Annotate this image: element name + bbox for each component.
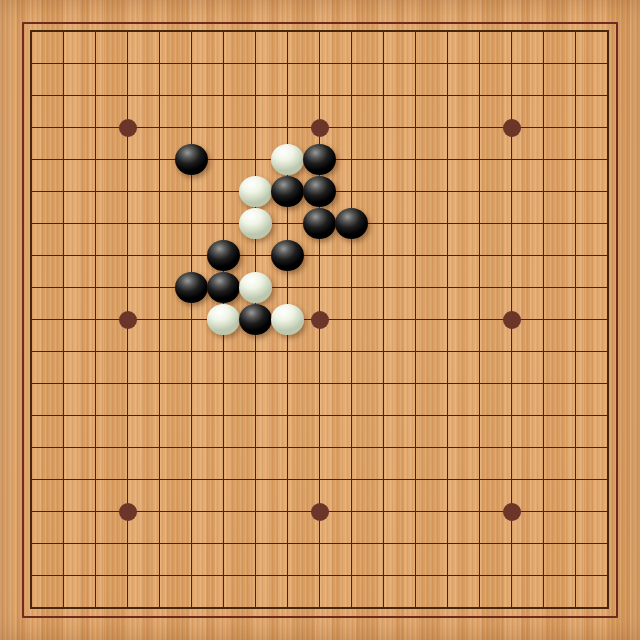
intersection[interactable] — [16, 240, 48, 272]
intersection[interactable] — [48, 304, 80, 336]
intersection[interactable] — [560, 272, 592, 304]
intersection[interactable] — [528, 112, 560, 144]
intersection[interactable] — [592, 464, 624, 496]
intersection[interactable] — [304, 336, 336, 368]
intersection[interactable] — [336, 560, 368, 592]
intersection[interactable] — [208, 208, 240, 240]
intersection[interactable] — [48, 240, 80, 272]
stone-black[interactable] — [207, 240, 240, 271]
intersection[interactable] — [368, 80, 400, 112]
intersection[interactable] — [528, 368, 560, 400]
intersection[interactable] — [112, 432, 144, 464]
intersection[interactable] — [336, 48, 368, 80]
stone-black[interactable] — [175, 272, 208, 303]
intersection[interactable] — [368, 560, 400, 592]
intersection[interactable] — [144, 208, 176, 240]
intersection[interactable] — [400, 400, 432, 432]
intersection[interactable] — [48, 592, 80, 624]
intersection[interactable] — [48, 464, 80, 496]
intersection[interactable] — [528, 16, 560, 48]
intersection[interactable] — [208, 560, 240, 592]
intersection[interactable] — [592, 592, 624, 624]
intersection[interactable] — [176, 272, 208, 304]
intersection[interactable] — [560, 240, 592, 272]
intersection[interactable] — [16, 208, 48, 240]
intersection[interactable] — [48, 560, 80, 592]
intersection[interactable] — [368, 400, 400, 432]
intersection[interactable] — [432, 240, 464, 272]
intersection[interactable] — [240, 368, 272, 400]
intersection[interactable] — [80, 272, 112, 304]
intersection[interactable] — [272, 80, 304, 112]
intersection[interactable] — [592, 16, 624, 48]
intersection[interactable] — [432, 528, 464, 560]
intersection[interactable] — [368, 528, 400, 560]
intersection[interactable] — [496, 80, 528, 112]
intersection[interactable] — [368, 176, 400, 208]
intersection[interactable] — [592, 336, 624, 368]
intersection[interactable] — [80, 176, 112, 208]
intersection[interactable] — [336, 368, 368, 400]
intersection[interactable] — [400, 176, 432, 208]
intersection[interactable] — [400, 112, 432, 144]
intersection[interactable] — [272, 304, 304, 336]
intersection[interactable] — [528, 176, 560, 208]
intersection[interactable] — [304, 112, 336, 144]
intersection[interactable] — [272, 112, 304, 144]
intersection[interactable] — [432, 336, 464, 368]
intersection[interactable] — [368, 304, 400, 336]
intersection[interactable] — [528, 272, 560, 304]
intersection[interactable] — [272, 240, 304, 272]
intersection[interactable] — [528, 336, 560, 368]
intersection[interactable] — [464, 432, 496, 464]
intersection[interactable] — [592, 80, 624, 112]
intersection[interactable] — [48, 368, 80, 400]
intersection[interactable] — [560, 80, 592, 112]
intersection[interactable] — [304, 272, 336, 304]
intersection[interactable] — [272, 560, 304, 592]
intersection[interactable] — [176, 592, 208, 624]
intersection[interactable] — [176, 560, 208, 592]
intersection[interactable] — [112, 336, 144, 368]
intersection[interactable] — [208, 176, 240, 208]
intersection[interactable] — [560, 176, 592, 208]
intersection[interactable] — [112, 240, 144, 272]
intersection[interactable] — [464, 464, 496, 496]
intersection[interactable] — [528, 560, 560, 592]
intersection[interactable] — [368, 240, 400, 272]
stone-black[interactable] — [239, 304, 272, 335]
intersection[interactable] — [272, 464, 304, 496]
intersection[interactable] — [432, 80, 464, 112]
intersection[interactable] — [80, 240, 112, 272]
intersection[interactable] — [560, 208, 592, 240]
intersection[interactable] — [80, 208, 112, 240]
intersection[interactable] — [496, 336, 528, 368]
intersection[interactable] — [272, 336, 304, 368]
intersection[interactable] — [240, 528, 272, 560]
intersection[interactable] — [208, 368, 240, 400]
intersection[interactable] — [400, 208, 432, 240]
intersection[interactable] — [496, 304, 528, 336]
intersection[interactable] — [592, 400, 624, 432]
intersection[interactable] — [464, 272, 496, 304]
intersection[interactable] — [80, 336, 112, 368]
intersection[interactable] — [432, 592, 464, 624]
intersection[interactable] — [112, 464, 144, 496]
intersection[interactable] — [400, 336, 432, 368]
intersection[interactable] — [112, 560, 144, 592]
intersection[interactable] — [432, 48, 464, 80]
intersection[interactable] — [80, 80, 112, 112]
intersection[interactable] — [368, 144, 400, 176]
intersection[interactable] — [144, 496, 176, 528]
intersection[interactable] — [528, 144, 560, 176]
intersection[interactable] — [176, 336, 208, 368]
intersection[interactable] — [16, 48, 48, 80]
intersection[interactable] — [48, 16, 80, 48]
intersection[interactable] — [80, 144, 112, 176]
intersection[interactable] — [240, 560, 272, 592]
intersection[interactable] — [208, 240, 240, 272]
intersection[interactable] — [304, 240, 336, 272]
intersection[interactable] — [144, 368, 176, 400]
stone-white[interactable] — [239, 272, 272, 303]
intersection[interactable] — [176, 16, 208, 48]
intersection[interactable] — [368, 336, 400, 368]
intersection[interactable] — [176, 208, 208, 240]
intersection[interactable] — [592, 208, 624, 240]
intersection[interactable] — [272, 48, 304, 80]
intersection[interactable] — [80, 592, 112, 624]
intersection[interactable] — [592, 240, 624, 272]
intersection[interactable] — [400, 16, 432, 48]
intersection[interactable] — [16, 272, 48, 304]
intersection[interactable] — [368, 496, 400, 528]
intersection[interactable] — [144, 240, 176, 272]
intersection[interactable] — [144, 16, 176, 48]
intersection[interactable] — [304, 304, 336, 336]
intersection[interactable] — [560, 432, 592, 464]
intersection[interactable] — [400, 528, 432, 560]
intersection[interactable] — [528, 80, 560, 112]
intersection[interactable] — [560, 368, 592, 400]
stone-white[interactable] — [239, 208, 272, 239]
intersection[interactable] — [560, 48, 592, 80]
intersection[interactable] — [144, 464, 176, 496]
intersection[interactable] — [240, 240, 272, 272]
intersection[interactable] — [144, 48, 176, 80]
stone-white[interactable] — [271, 144, 304, 175]
intersection[interactable] — [496, 16, 528, 48]
intersection[interactable] — [48, 272, 80, 304]
intersection[interactable] — [592, 176, 624, 208]
intersection[interactable] — [368, 464, 400, 496]
intersection[interactable] — [176, 112, 208, 144]
intersection[interactable] — [528, 304, 560, 336]
intersection[interactable] — [528, 432, 560, 464]
intersection[interactable] — [176, 464, 208, 496]
intersection[interactable] — [432, 304, 464, 336]
intersection[interactable] — [16, 400, 48, 432]
intersection[interactable] — [560, 400, 592, 432]
stone-black[interactable] — [303, 144, 336, 175]
intersection[interactable] — [496, 496, 528, 528]
stone-white[interactable] — [207, 304, 240, 335]
intersection[interactable] — [144, 528, 176, 560]
intersection[interactable] — [80, 528, 112, 560]
intersection[interactable] — [464, 592, 496, 624]
intersection[interactable] — [560, 112, 592, 144]
intersection[interactable] — [400, 144, 432, 176]
intersection[interactable] — [208, 48, 240, 80]
intersection[interactable] — [16, 16, 48, 48]
intersection[interactable] — [240, 16, 272, 48]
intersection[interactable] — [304, 16, 336, 48]
intersection[interactable] — [16, 144, 48, 176]
intersection[interactable] — [16, 368, 48, 400]
intersection[interactable] — [112, 208, 144, 240]
intersection[interactable] — [48, 144, 80, 176]
intersection[interactable] — [496, 400, 528, 432]
intersection[interactable] — [304, 400, 336, 432]
stone-black[interactable] — [207, 272, 240, 303]
intersection[interactable] — [240, 464, 272, 496]
intersection[interactable] — [80, 496, 112, 528]
intersection[interactable] — [240, 400, 272, 432]
intersection[interactable] — [432, 464, 464, 496]
intersection[interactable] — [176, 48, 208, 80]
intersection[interactable] — [432, 208, 464, 240]
intersection[interactable] — [272, 16, 304, 48]
intersection[interactable] — [592, 272, 624, 304]
intersection[interactable] — [464, 176, 496, 208]
intersection[interactable] — [272, 432, 304, 464]
intersection[interactable] — [336, 432, 368, 464]
intersection[interactable] — [112, 112, 144, 144]
intersection[interactable] — [560, 144, 592, 176]
intersection[interactable] — [48, 176, 80, 208]
intersection[interactable] — [368, 368, 400, 400]
intersection[interactable] — [208, 304, 240, 336]
intersection[interactable] — [560, 528, 592, 560]
intersection[interactable] — [336, 16, 368, 48]
intersection[interactable] — [240, 208, 272, 240]
intersection[interactable] — [208, 496, 240, 528]
intersection[interactable] — [176, 528, 208, 560]
intersection[interactable] — [80, 48, 112, 80]
intersection[interactable] — [80, 464, 112, 496]
intersection[interactable] — [496, 112, 528, 144]
stone-black[interactable] — [335, 208, 368, 239]
intersection[interactable] — [48, 48, 80, 80]
intersection[interactable] — [368, 592, 400, 624]
intersection[interactable] — [144, 176, 176, 208]
intersection[interactable] — [16, 560, 48, 592]
intersection[interactable] — [208, 464, 240, 496]
intersection[interactable] — [400, 592, 432, 624]
intersection[interactable] — [592, 144, 624, 176]
intersection[interactable] — [496, 560, 528, 592]
intersection[interactable] — [112, 592, 144, 624]
intersection[interactable] — [464, 112, 496, 144]
intersection[interactable] — [592, 368, 624, 400]
intersection[interactable] — [176, 176, 208, 208]
intersection[interactable] — [560, 592, 592, 624]
stone-white[interactable] — [239, 176, 272, 207]
intersection[interactable] — [240, 112, 272, 144]
intersection[interactable] — [48, 528, 80, 560]
intersection[interactable] — [400, 80, 432, 112]
intersection[interactable] — [336, 176, 368, 208]
intersection[interactable] — [304, 592, 336, 624]
intersection[interactable] — [464, 400, 496, 432]
intersection[interactable] — [272, 528, 304, 560]
intersection[interactable] — [304, 528, 336, 560]
intersection[interactable] — [112, 272, 144, 304]
intersection[interactable] — [368, 112, 400, 144]
intersection[interactable] — [48, 112, 80, 144]
intersection[interactable] — [336, 496, 368, 528]
intersection[interactable] — [400, 432, 432, 464]
intersection[interactable] — [336, 336, 368, 368]
intersection[interactable] — [560, 16, 592, 48]
intersection[interactable] — [304, 368, 336, 400]
intersection[interactable] — [16, 112, 48, 144]
intersection[interactable] — [240, 144, 272, 176]
intersection[interactable] — [368, 16, 400, 48]
intersection[interactable] — [496, 208, 528, 240]
intersection[interactable] — [112, 496, 144, 528]
intersection[interactable] — [272, 592, 304, 624]
intersection[interactable] — [304, 464, 336, 496]
intersection[interactable] — [464, 304, 496, 336]
intersection[interactable] — [592, 112, 624, 144]
intersection[interactable] — [144, 80, 176, 112]
intersection[interactable] — [432, 16, 464, 48]
intersection[interactable] — [368, 432, 400, 464]
intersection[interactable] — [400, 272, 432, 304]
intersection[interactable] — [112, 16, 144, 48]
intersection[interactable] — [112, 528, 144, 560]
intersection[interactable] — [208, 432, 240, 464]
intersection[interactable] — [496, 368, 528, 400]
intersection[interactable] — [176, 368, 208, 400]
intersection[interactable] — [144, 304, 176, 336]
stone-black[interactable] — [175, 144, 208, 175]
intersection[interactable] — [208, 400, 240, 432]
intersection[interactable] — [400, 560, 432, 592]
intersection[interactable] — [16, 336, 48, 368]
intersection[interactable] — [112, 144, 144, 176]
intersection[interactable] — [432, 560, 464, 592]
intersection[interactable] — [400, 48, 432, 80]
intersection[interactable] — [432, 368, 464, 400]
intersection[interactable] — [240, 496, 272, 528]
intersection[interactable] — [528, 400, 560, 432]
intersection[interactable] — [208, 272, 240, 304]
stone-black[interactable] — [303, 176, 336, 207]
intersection[interactable] — [464, 528, 496, 560]
intersection[interactable] — [560, 496, 592, 528]
intersection[interactable] — [112, 48, 144, 80]
intersection[interactable] — [208, 16, 240, 48]
intersection[interactable] — [464, 144, 496, 176]
intersection[interactable] — [80, 16, 112, 48]
intersection[interactable] — [80, 560, 112, 592]
intersection[interactable] — [80, 432, 112, 464]
intersection[interactable] — [48, 400, 80, 432]
intersection[interactable] — [144, 400, 176, 432]
intersection[interactable] — [240, 592, 272, 624]
stones-grid[interactable] — [16, 16, 624, 624]
intersection[interactable] — [208, 144, 240, 176]
intersection[interactable] — [112, 368, 144, 400]
intersection[interactable] — [240, 48, 272, 80]
intersection[interactable] — [432, 112, 464, 144]
intersection[interactable] — [464, 560, 496, 592]
intersection[interactable] — [208, 592, 240, 624]
intersection[interactable] — [560, 464, 592, 496]
intersection[interactable] — [144, 272, 176, 304]
intersection[interactable] — [368, 208, 400, 240]
intersection[interactable] — [304, 176, 336, 208]
intersection[interactable] — [432, 432, 464, 464]
intersection[interactable] — [496, 528, 528, 560]
intersection[interactable] — [240, 432, 272, 464]
intersection[interactable] — [368, 48, 400, 80]
stone-white[interactable] — [271, 304, 304, 335]
intersection[interactable] — [528, 496, 560, 528]
intersection[interactable] — [496, 240, 528, 272]
intersection[interactable] — [16, 464, 48, 496]
intersection[interactable] — [240, 272, 272, 304]
intersection[interactable] — [48, 336, 80, 368]
intersection[interactable] — [464, 48, 496, 80]
intersection[interactable] — [80, 304, 112, 336]
intersection[interactable] — [400, 464, 432, 496]
intersection[interactable] — [400, 240, 432, 272]
intersection[interactable] — [592, 496, 624, 528]
intersection[interactable] — [400, 496, 432, 528]
intersection[interactable] — [48, 432, 80, 464]
intersection[interactable] — [400, 304, 432, 336]
intersection[interactable] — [144, 560, 176, 592]
intersection[interactable] — [496, 464, 528, 496]
intersection[interactable] — [432, 272, 464, 304]
intersection[interactable] — [336, 592, 368, 624]
intersection[interactable] — [240, 304, 272, 336]
intersection[interactable] — [336, 208, 368, 240]
intersection[interactable] — [336, 144, 368, 176]
intersection[interactable] — [304, 560, 336, 592]
stone-black[interactable] — [303, 208, 336, 239]
intersection[interactable] — [336, 528, 368, 560]
intersection[interactable] — [592, 528, 624, 560]
intersection[interactable] — [464, 336, 496, 368]
intersection[interactable] — [336, 464, 368, 496]
intersection[interactable] — [240, 80, 272, 112]
intersection[interactable] — [560, 560, 592, 592]
intersection[interactable] — [464, 240, 496, 272]
intersection[interactable] — [112, 304, 144, 336]
intersection[interactable] — [272, 144, 304, 176]
intersection[interactable] — [144, 592, 176, 624]
intersection[interactable] — [176, 432, 208, 464]
intersection[interactable] — [272, 400, 304, 432]
intersection[interactable] — [336, 304, 368, 336]
